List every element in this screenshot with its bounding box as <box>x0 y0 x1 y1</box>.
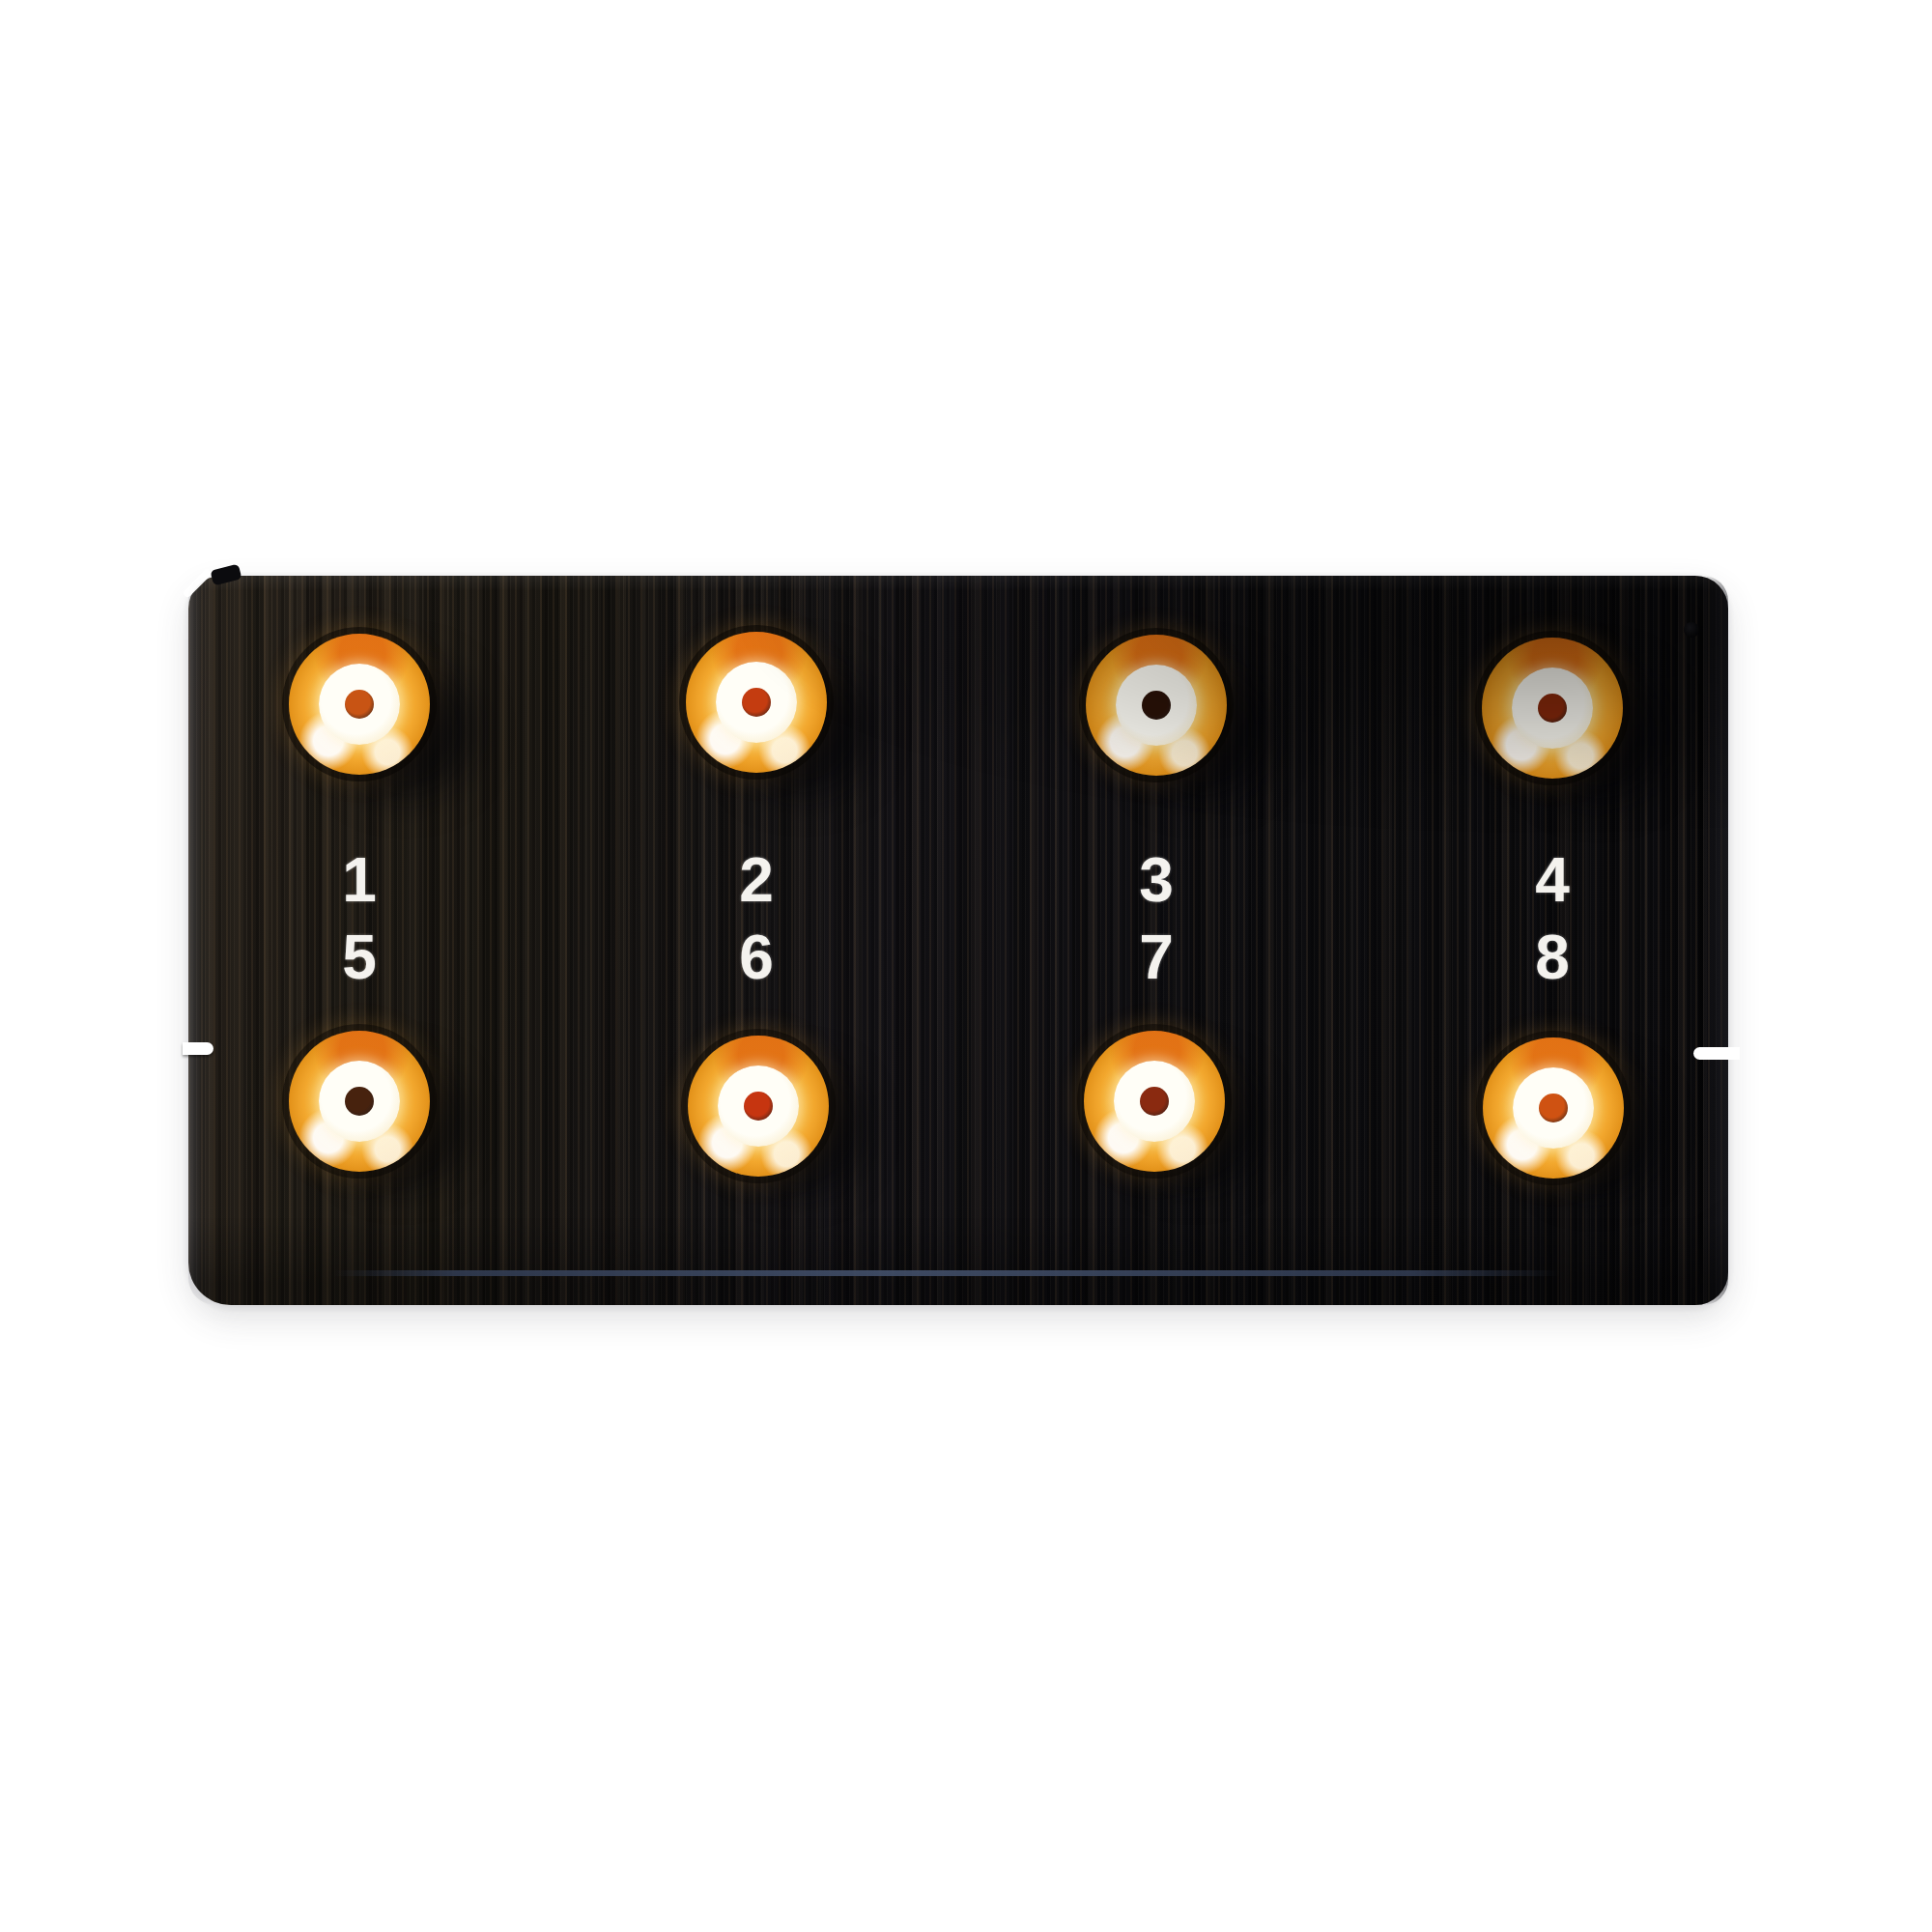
sma-dielectric <box>1114 1061 1196 1143</box>
sma-dielectric <box>1513 1067 1595 1150</box>
sma-center-pin <box>742 688 771 717</box>
sma-center-pin <box>345 690 374 719</box>
port-number-top: 1 <box>301 844 417 916</box>
sma-center-pin <box>1538 694 1567 723</box>
sma-dielectric <box>718 1065 800 1148</box>
port-label-column-1: 1 5 <box>301 844 417 993</box>
port-number-top: 3 <box>1098 844 1214 916</box>
port-number-bottom: 7 <box>1098 922 1214 993</box>
sma-center-pin <box>1142 691 1171 720</box>
panel-right-bevel <box>1703 576 1728 1305</box>
top-left-corner-tab <box>211 564 242 586</box>
sma-center-pin <box>1140 1087 1169 1116</box>
sma-connector-port-1 <box>289 634 430 775</box>
left-edge-notch <box>183 1042 213 1055</box>
sma-dielectric <box>1116 665 1198 747</box>
sma-center-pin <box>1539 1094 1568 1122</box>
sma-connector-port-7 <box>1084 1031 1225 1172</box>
port-label-column-2: 2 6 <box>698 844 814 993</box>
sma-connector-port-8 <box>1483 1037 1624 1179</box>
sma-dielectric <box>1512 668 1594 750</box>
port-label-column-3: 3 7 <box>1098 844 1214 993</box>
panel-bottom-edge-highlight <box>333 1270 1560 1276</box>
port-number-top: 2 <box>698 844 814 916</box>
port-number-top: 4 <box>1494 844 1610 916</box>
photo-background: 1 5 2 6 3 7 4 8 <box>0 0 1932 1932</box>
sma-dielectric <box>319 1061 401 1143</box>
right-edge-notch <box>1693 1047 1740 1060</box>
port-number-bottom: 8 <box>1494 922 1610 993</box>
port-number-bottom: 5 <box>301 922 417 993</box>
port-number-bottom: 6 <box>698 922 814 993</box>
panel-left-bevel <box>188 576 215 1305</box>
panel-right-seam-line <box>1698 580 1703 1301</box>
port-label-column-4: 4 8 <box>1494 844 1610 993</box>
screw-dot <box>1684 622 1699 638</box>
sma-connector-port-5 <box>289 1031 430 1172</box>
sma-connector-port-6 <box>688 1036 829 1177</box>
sma-center-pin <box>345 1087 374 1116</box>
sma-connector-port-3 <box>1086 635 1227 776</box>
sma-dielectric <box>319 664 401 746</box>
sma-connector-port-4 <box>1482 638 1623 779</box>
sma-center-pin <box>744 1092 773 1121</box>
sma-dielectric <box>716 662 798 744</box>
device-panel: 1 5 2 6 3 7 4 8 <box>188 576 1728 1305</box>
sma-connector-port-2 <box>686 632 827 773</box>
